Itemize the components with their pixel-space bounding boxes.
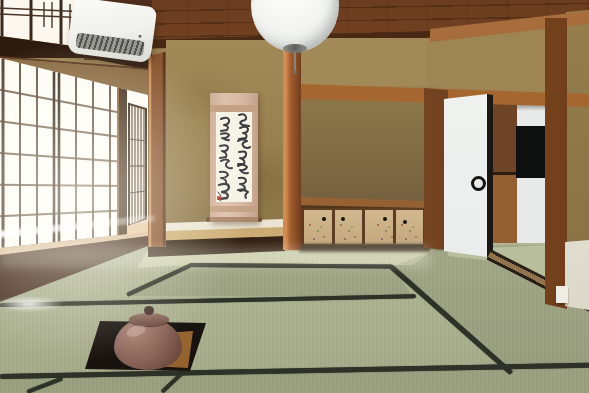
- adjacent-room-dark-alcove: [516, 126, 546, 178]
- door-painted-motifs: [309, 224, 311, 226]
- cabinet-base-shadow: [299, 244, 430, 252]
- scroll-seal: [217, 196, 221, 200]
- alcove-wall: [301, 96, 426, 202]
- scroll-roller-knob: [258, 217, 262, 222]
- paper-lantern: [251, 0, 339, 92]
- lantern-string-bead: [293, 70, 297, 74]
- door-pull-ring: [471, 176, 486, 191]
- cabinet-pull: [322, 217, 326, 221]
- cabinet-door: [335, 210, 363, 244]
- ac-body: [67, 0, 158, 63]
- scroll-roller-knob: [206, 217, 210, 222]
- door-painted-motifs: [377, 224, 379, 226]
- cabinet-door: [396, 210, 424, 244]
- door-painted-motifs: [401, 224, 403, 226]
- adjacent-room-cabinet: [489, 103, 517, 253]
- scroll-roller: [207, 217, 261, 222]
- hanging-calligraphy-scroll: 刻々春風之能事 號日仙慶光華: [210, 93, 258, 222]
- window-slats: [129, 105, 146, 225]
- storage-cabinet: [301, 208, 426, 246]
- cabinet-door: [365, 210, 393, 244]
- scroll-paper: 刻々春風之能事 號日仙慶光華: [216, 112, 252, 202]
- electrical-outlet: [556, 286, 568, 303]
- scroll-band: [210, 105, 258, 112]
- cabinet-door: [304, 210, 332, 244]
- air-conditioner: [67, 0, 158, 63]
- scroll-band: [210, 206, 258, 212]
- cabinet-pull: [403, 220, 407, 224]
- door-painted-motifs: [340, 224, 342, 226]
- calligraphy-strokes: [216, 112, 252, 202]
- cabinet-pull: [383, 217, 387, 221]
- tatami-room-photo: 刻々春風之能事 號日仙慶光華: [0, 0, 589, 393]
- lantern-pull-string: [294, 52, 296, 71]
- cabinet-pull: [341, 217, 345, 221]
